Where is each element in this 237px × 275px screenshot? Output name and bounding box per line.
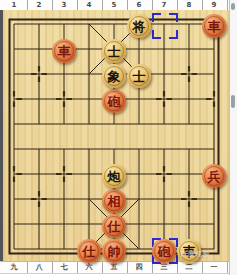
piece-black-advisor[interactable]: 士 <box>127 64 151 88</box>
piece-red-cannon[interactable]: 砲 <box>102 89 126 113</box>
selection-marker <box>152 13 178 39</box>
file-label-top: 4 <box>77 0 103 10</box>
file-label-top: 2 <box>27 0 53 10</box>
file-label-top: 8 <box>177 0 203 10</box>
ruler-tick <box>231 3 235 10</box>
piece-red-cannon[interactable]: 砲 <box>152 239 176 263</box>
file-label-top: 3 <box>52 0 78 10</box>
file-label-bottom: 五 <box>102 262 128 273</box>
piece-black-elephant[interactable]: 象 <box>102 64 126 88</box>
watermark: 百度经验 <box>180 249 210 259</box>
file-label-top: 5 <box>102 0 128 10</box>
piece-red-advisor[interactable]: 仕 <box>102 214 126 238</box>
piece-black-general[interactable]: 将 <box>127 14 151 38</box>
piece-red-advisor[interactable]: 仕 <box>77 239 101 263</box>
ruler-tick <box>231 95 235 108</box>
bracket-corner-icon <box>169 30 178 39</box>
file-label-bottom: 六 <box>77 262 103 273</box>
piece-red-soldier[interactable]: 兵 <box>202 164 226 188</box>
file-label-top: 6 <box>127 0 153 10</box>
file-label-top: 7 <box>152 0 178 10</box>
piece-black-advisor[interactable]: 士 <box>102 39 126 63</box>
file-label-bottom: 一 <box>202 262 228 273</box>
file-label-bottom: 七 <box>52 262 78 273</box>
file-label-top: 9 <box>202 0 228 10</box>
piece-red-elephant[interactable]: 相 <box>102 189 126 213</box>
file-label-bottom: 二 <box>177 262 203 273</box>
bracket-corner-icon <box>152 13 161 22</box>
file-label-top: 1 <box>2 0 28 10</box>
xiangqi-app: 123456789 九八七六五四三二一 百度经验 車車砲兵相仕仕帥砲将士象士炮車 <box>0 0 237 275</box>
piece-red-chariot[interactable]: 車 <box>202 14 226 38</box>
right-ruler-strip <box>229 0 237 275</box>
piece-black-cannon[interactable]: 炮 <box>102 164 126 188</box>
bracket-corner-icon <box>152 30 161 39</box>
file-label-bottom: 八 <box>27 262 53 273</box>
file-label-bottom: 四 <box>127 262 153 273</box>
file-label-bottom: 九 <box>2 262 28 273</box>
bracket-corner-icon <box>169 13 178 22</box>
piece-red-chariot[interactable]: 車 <box>52 39 76 63</box>
piece-red-general[interactable]: 帥 <box>102 239 126 263</box>
